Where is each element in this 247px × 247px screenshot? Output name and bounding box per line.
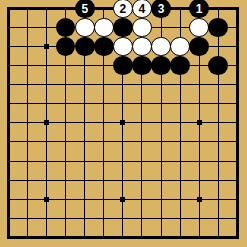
white-stone (170, 37, 190, 57)
grid-line-horizontal (7, 141, 239, 142)
go-board: 52431 (0, 0, 247, 247)
white-stone (189, 18, 209, 38)
star-point (197, 197, 202, 202)
black-stone (208, 18, 228, 38)
move-number-label: 4 (139, 3, 146, 15)
star-point (120, 120, 125, 125)
white-stone (151, 37, 171, 57)
black-stone (132, 56, 152, 76)
move-number-label: 5 (81, 3, 88, 15)
star-point (44, 44, 49, 49)
black-stone (189, 37, 209, 57)
star-point (44, 120, 49, 125)
move-number-label: 1 (196, 3, 203, 15)
black-stone (208, 56, 228, 76)
black-stone (56, 37, 76, 57)
grid-line-horizontal (7, 218, 239, 219)
move-number-label: 3 (158, 3, 165, 15)
black-stone (56, 18, 76, 38)
white-stone-move-2: 2 (113, 0, 133, 18)
white-stone (113, 37, 133, 57)
grid-line-horizontal (7, 161, 239, 162)
black-stone-move-1: 1 (189, 0, 209, 18)
white-stone (132, 18, 152, 38)
black-stone (75, 37, 95, 57)
star-point (44, 197, 49, 202)
grid-line-horizontal (7, 180, 239, 181)
white-stone-move-4: 4 (132, 0, 152, 18)
star-point (120, 197, 125, 202)
grid-line-vertical (218, 7, 219, 239)
black-stone (151, 56, 171, 76)
grid-line-horizontal (7, 236, 239, 239)
white-stone (94, 18, 114, 38)
black-stone (170, 56, 190, 76)
white-stone (132, 37, 152, 57)
black-stone (94, 37, 114, 57)
grid-line-vertical (236, 7, 239, 239)
star-point (197, 120, 202, 125)
black-stone (113, 56, 133, 76)
black-stone-move-3: 3 (151, 0, 171, 18)
black-stone-move-5: 5 (75, 0, 95, 18)
move-number-label: 2 (120, 3, 127, 15)
black-stone (113, 18, 133, 38)
white-stone (75, 18, 95, 38)
